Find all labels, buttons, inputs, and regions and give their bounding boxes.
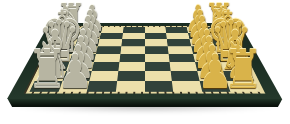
piece-white-rook: ♜ xyxy=(27,44,67,97)
piece-black-pawn: ♟ xyxy=(197,48,233,95)
pieces-layer: ♜♞♝♛♚♝♞♜♟♟♟♟♟♟♟♟♟♟♟♟♟♟♟♟♜♞♝♛♚♝♞♜ xyxy=(0,0,290,124)
chess-set-photo: ♜♞♝♛♚♝♞♜♟♟♟♟♟♟♟♟♟♟♟♟♟♟♟♟♜♞♝♛♚♝♞♜ xyxy=(0,0,290,124)
